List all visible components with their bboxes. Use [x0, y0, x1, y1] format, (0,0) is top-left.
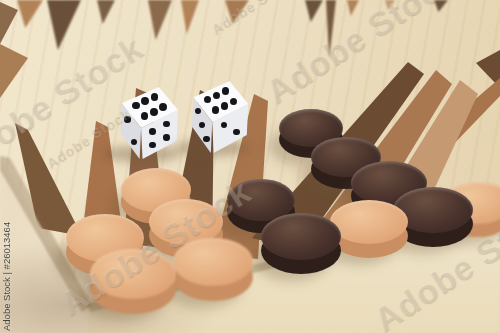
checker-side [311, 149, 381, 189]
checker-top [149, 199, 223, 245]
checker-side [351, 174, 427, 218]
far-point-tip [326, 0, 336, 58]
die-pip [149, 142, 156, 149]
dark-checker [351, 161, 427, 218]
die-pip [131, 139, 138, 146]
dark-checker [261, 213, 341, 274]
watermark-id-text: Adobe Stock | #26013464 [1, 219, 12, 331]
die-face-left [182, 76, 254, 158]
die-face-top [110, 82, 184, 164]
die-pip [151, 93, 159, 101]
far-point-tip [17, 0, 43, 28]
corner-shadow [0, 240, 220, 333]
backgammon-board-photo: Adobe StockAdobe StockAdobe StockAdobe S… [0, 0, 500, 333]
checker-top [311, 137, 381, 177]
dark-checker [279, 109, 343, 158]
die-left [110, 82, 184, 164]
die-pip [159, 103, 167, 111]
die-face-left [110, 82, 184, 164]
dark-checker [393, 187, 473, 247]
far-point-tip [47, 0, 81, 50]
light-checker [442, 182, 500, 237]
checker-top [442, 182, 500, 224]
light-checker [121, 168, 191, 224]
watermark-tile-text: Adobe Stock [0, 28, 150, 180]
die-pip [212, 106, 220, 114]
die-pip [204, 96, 212, 104]
checker-top [227, 179, 295, 221]
die-pip [163, 121, 170, 128]
far-point-tip [225, 0, 249, 24]
die-face-right [182, 76, 254, 158]
die-pip [221, 122, 227, 128]
far-point-tip [97, 0, 115, 24]
die-pip [195, 108, 201, 114]
checker-top [279, 109, 343, 147]
die-shadow [102, 146, 180, 162]
checker-side [227, 191, 295, 233]
watermark-tile-text: Adobe Stock [43, 105, 133, 171]
far-point-tip [347, 0, 359, 16]
die-shadow [174, 140, 250, 156]
checker-top [121, 168, 191, 212]
die-pip [141, 97, 149, 105]
die-pip [163, 134, 170, 141]
far-point-tip [148, 0, 172, 40]
die-pip [149, 128, 156, 135]
checker-side [279, 120, 343, 158]
watermark-tile-text: Adobe Stock [367, 188, 500, 333]
die-face-top [182, 76, 254, 158]
checker-side [393, 201, 473, 247]
die-pip [141, 112, 149, 120]
checker-top [261, 213, 341, 260]
checker-top [351, 161, 427, 205]
far-point-tip [181, 0, 199, 34]
checker-side [121, 180, 191, 224]
far-point-tip [434, 0, 448, 12]
die-pip [221, 102, 229, 110]
checker-side [261, 227, 341, 274]
checker-top [330, 200, 408, 244]
dark-checker [227, 179, 295, 233]
checker-side [442, 195, 500, 237]
checker-top [393, 187, 473, 233]
die-pip [124, 116, 131, 123]
die-face-right [110, 82, 184, 164]
checker-side [330, 214, 408, 258]
die-right [182, 76, 254, 158]
die-pip [203, 136, 209, 142]
die-pip [199, 122, 205, 128]
die-pip [222, 87, 230, 95]
light-checker [330, 200, 408, 258]
die-pip [150, 108, 158, 116]
far-point-tip [305, 0, 323, 22]
dark-checker [311, 137, 381, 189]
die-pip [233, 129, 239, 135]
die-pip [213, 92, 221, 100]
watermark-tile-text: Adobe Stock [208, 0, 298, 37]
far-point-tip [385, 0, 395, 10]
watermark-tile-text: Adobe Stock [259, 0, 464, 111]
die-pip [230, 98, 238, 106]
die-pip [132, 102, 140, 110]
